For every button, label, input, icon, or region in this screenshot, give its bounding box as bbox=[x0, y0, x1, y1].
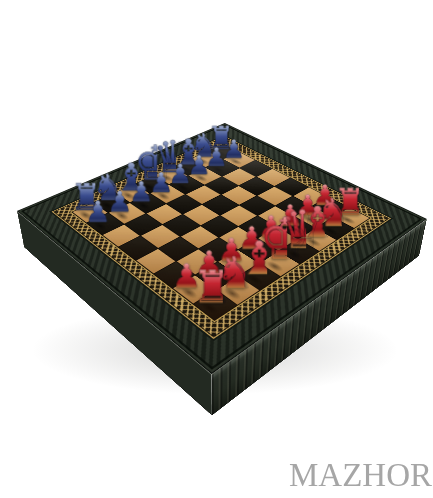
piece-white-pawn-h2: ♟ bbox=[85, 198, 111, 227]
chess-board: ♜♟♟♜♞♟♟♞♝♟♟♝♛♟♟♛♚♟♟♚♝♟♟♝♞♟♟♞♜♟♟♜ bbox=[17, 123, 427, 374]
piece-white-pawn-f2: ♟ bbox=[129, 179, 154, 206]
watermark-text: MAZHOR bbox=[289, 457, 432, 494]
piece-black-rook-h8: ♜ bbox=[192, 264, 223, 309]
board-case-top: ♜♟♟♜♞♟♟♞♝♟♟♝♛♟♟♛♚♟♟♚♝♟♟♝♞♟♟♞♜♟♟♜ bbox=[17, 123, 427, 374]
product-photo: ♜♟♟♜♞♟♟♞♝♟♟♝♛♟♟♛♚♟♟♚♝♟♟♝♞♟♟♞♜♟♟♜ MAZHOR bbox=[0, 0, 433, 498]
scene: ♜♟♟♜♞♟♟♞♝♟♟♝♛♟♟♛♚♟♟♚♝♟♟♝♞♟♟♞♜♟♟♜ bbox=[0, 0, 433, 498]
piece-white-pawn-g2: ♟ bbox=[107, 188, 132, 216]
